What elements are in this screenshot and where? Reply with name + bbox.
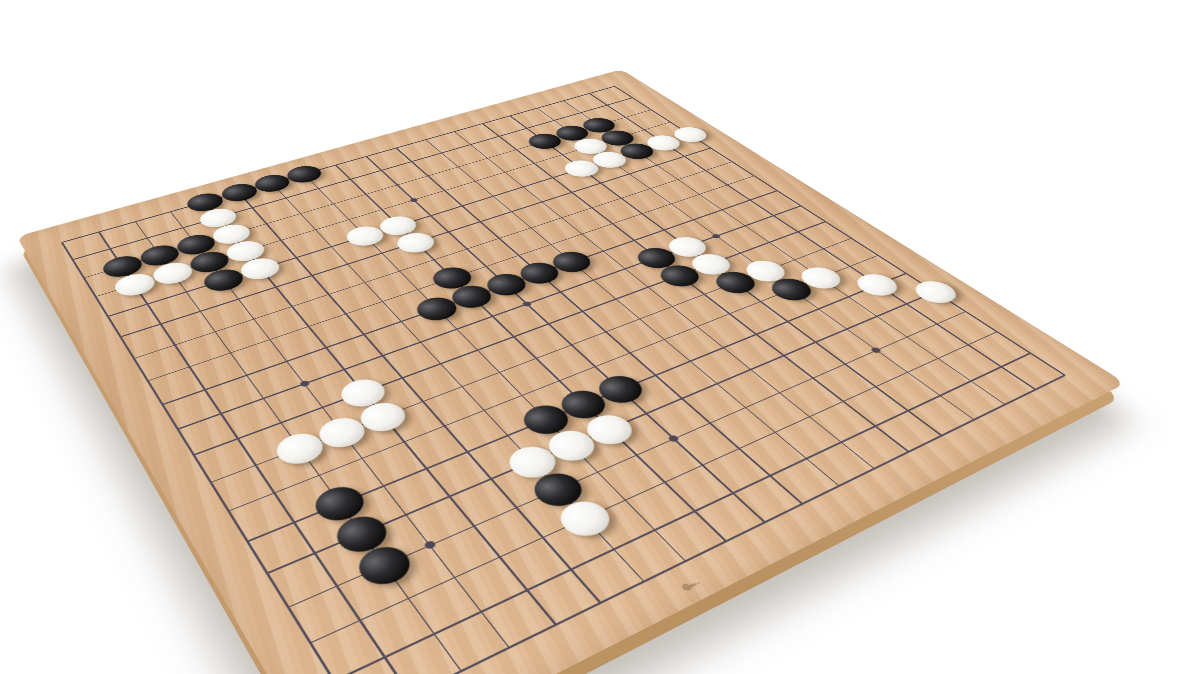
grid-line-row: [194, 221, 827, 455]
grid-line-col: [238, 192, 601, 603]
grid-line-col: [98, 232, 412, 674]
white-stone: [850, 270, 905, 300]
grid-line-col: [454, 131, 875, 469]
grid-line-row: [310, 331, 998, 643]
grid-line-row: [177, 206, 801, 430]
board-scene: ๛: [17, 69, 1127, 674]
go-board-photo: ๛: [0, 0, 1200, 674]
white-stone: [907, 277, 963, 307]
